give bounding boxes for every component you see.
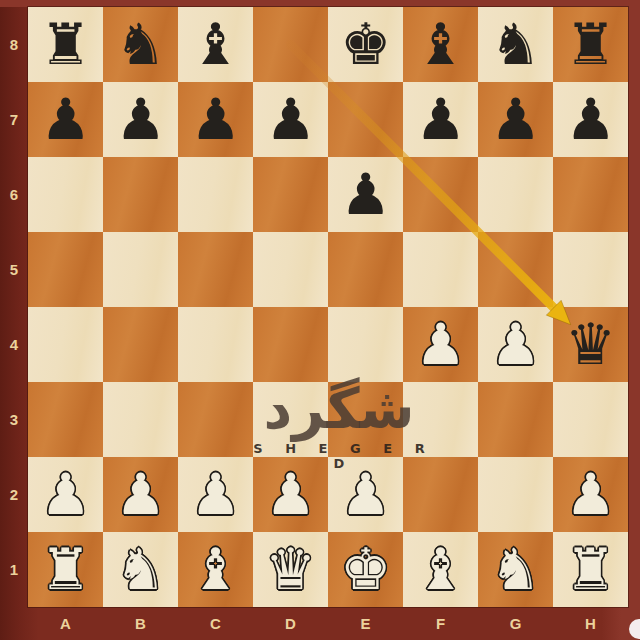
square-f6[interactable] [403,157,478,232]
square-b1[interactable]: ♞ [103,532,178,607]
piece-black-queen[interactable]: ♛ [565,307,616,382]
square-a4[interactable] [28,307,103,382]
piece-white-pawn[interactable]: ♟ [265,457,316,532]
rank-label-5: 5 [0,232,28,307]
rank-label-2: 2 [0,457,28,532]
square-c2[interactable]: ♟ [178,457,253,532]
square-f5[interactable] [403,232,478,307]
square-c4[interactable] [178,307,253,382]
piece-white-king[interactable]: ♚ [340,532,391,607]
piece-black-rook[interactable]: ♜ [565,7,616,82]
square-e1[interactable]: ♚ [328,532,403,607]
rank-label-3: 3 [0,382,28,457]
rank-label-8: 8 [0,7,28,82]
square-h7[interactable]: ♟ [553,82,628,157]
square-a2[interactable]: ♟ [28,457,103,532]
piece-black-bishop[interactable]: ♝ [415,7,466,82]
piece-black-pawn[interactable]: ♟ [265,82,316,157]
square-d4[interactable] [253,307,328,382]
piece-white-knight[interactable]: ♞ [115,532,166,607]
piece-black-pawn[interactable]: ♟ [115,82,166,157]
piece-white-queen[interactable]: ♛ [265,532,316,607]
rank-labels: 87654321 [0,7,28,607]
piece-white-pawn[interactable]: ♟ [490,307,541,382]
square-g4[interactable]: ♟ [478,307,553,382]
square-h6[interactable] [553,157,628,232]
square-e4[interactable] [328,307,403,382]
square-d8[interactable] [253,7,328,82]
square-g2[interactable] [478,457,553,532]
square-d2[interactable]: ♟ [253,457,328,532]
square-g8[interactable]: ♞ [478,7,553,82]
corner-dot [629,619,640,639]
piece-black-rook[interactable]: ♜ [40,7,91,82]
chessboard-grid: ♜♞♝♚♝♞♜♟♟♟♟♟♟♟♟♟♟♛♟♟♟♟♟♟♜♞♝♛♚♝♞♜ [28,7,628,607]
piece-white-pawn[interactable]: ♟ [415,307,466,382]
square-e8[interactable]: ♚ [328,7,403,82]
file-label-h: H [553,607,628,640]
piece-black-pawn[interactable]: ♟ [565,82,616,157]
chessboard: 87654321 ♜♞♝♚♝♞♜♟♟♟♟♟♟♟♟♟♟♛♟♟♟♟♟♟♜♞♝♛♚♝♞… [0,0,640,640]
piece-white-bishop[interactable]: ♝ [415,532,466,607]
square-h4[interactable]: ♛ [553,307,628,382]
piece-white-pawn[interactable]: ♟ [340,457,391,532]
square-f4[interactable]: ♟ [403,307,478,382]
piece-white-bishop[interactable]: ♝ [190,532,241,607]
square-b3[interactable] [103,382,178,457]
square-g5[interactable] [478,232,553,307]
square-c6[interactable] [178,157,253,232]
square-f7[interactable]: ♟ [403,82,478,157]
square-c8[interactable]: ♝ [178,7,253,82]
square-h8[interactable]: ♜ [553,7,628,82]
square-e2[interactable]: ♟ [328,457,403,532]
piece-black-pawn[interactable]: ♟ [490,82,541,157]
square-b7[interactable]: ♟ [103,82,178,157]
file-label-d: D [253,607,328,640]
square-e6[interactable]: ♟ [328,157,403,232]
piece-white-rook[interactable]: ♜ [565,532,616,607]
piece-black-king[interactable]: ♚ [340,7,391,82]
square-a7[interactable]: ♟ [28,82,103,157]
square-e5[interactable] [328,232,403,307]
square-b2[interactable]: ♟ [103,457,178,532]
square-d5[interactable] [253,232,328,307]
file-label-f: F [403,607,478,640]
square-g1[interactable]: ♞ [478,532,553,607]
piece-white-pawn[interactable]: ♟ [190,457,241,532]
file-label-a: A [28,607,103,640]
square-h5[interactable] [553,232,628,307]
square-a8[interactable]: ♜ [28,7,103,82]
rank-label-4: 4 [0,307,28,382]
piece-black-pawn[interactable]: ♟ [40,82,91,157]
piece-black-pawn[interactable]: ♟ [415,82,466,157]
square-a5[interactable] [28,232,103,307]
square-d7[interactable]: ♟ [253,82,328,157]
square-e7[interactable] [328,82,403,157]
square-g7[interactable]: ♟ [478,82,553,157]
piece-black-pawn[interactable]: ♟ [190,82,241,157]
piece-white-rook[interactable]: ♜ [40,532,91,607]
square-f3[interactable] [403,382,478,457]
square-f8[interactable]: ♝ [403,7,478,82]
piece-white-pawn[interactable]: ♟ [565,457,616,532]
square-c5[interactable] [178,232,253,307]
square-e3[interactable] [328,382,403,457]
square-b8[interactable]: ♞ [103,7,178,82]
square-f2[interactable] [403,457,478,532]
piece-black-pawn[interactable]: ♟ [340,157,391,232]
square-h1[interactable]: ♜ [553,532,628,607]
piece-white-pawn[interactable]: ♟ [40,457,91,532]
piece-black-bishop[interactable]: ♝ [190,7,241,82]
piece-white-pawn[interactable]: ♟ [115,457,166,532]
file-label-c: C [178,607,253,640]
square-g6[interactable] [478,157,553,232]
file-label-g: G [478,607,553,640]
file-labels: ABCDEFGH [28,607,628,640]
square-f1[interactable]: ♝ [403,532,478,607]
rank-label-7: 7 [0,82,28,157]
piece-white-knight[interactable]: ♞ [490,532,541,607]
square-a1[interactable]: ♜ [28,532,103,607]
square-a3[interactable] [28,382,103,457]
piece-black-knight[interactable]: ♞ [115,7,166,82]
square-a6[interactable] [28,157,103,232]
piece-black-knight[interactable]: ♞ [490,7,541,82]
square-c7[interactable]: ♟ [178,82,253,157]
square-c1[interactable]: ♝ [178,532,253,607]
square-g3[interactable] [478,382,553,457]
file-label-b: B [103,607,178,640]
square-d3[interactable] [253,382,328,457]
file-label-e: E [328,607,403,640]
square-d6[interactable] [253,157,328,232]
square-b4[interactable] [103,307,178,382]
rank-label-1: 1 [0,532,28,607]
square-c3[interactable] [178,382,253,457]
square-b5[interactable] [103,232,178,307]
square-h3[interactable] [553,382,628,457]
square-b6[interactable] [103,157,178,232]
rank-label-6: 6 [0,157,28,232]
square-h2[interactable]: ♟ [553,457,628,532]
square-d1[interactable]: ♛ [253,532,328,607]
